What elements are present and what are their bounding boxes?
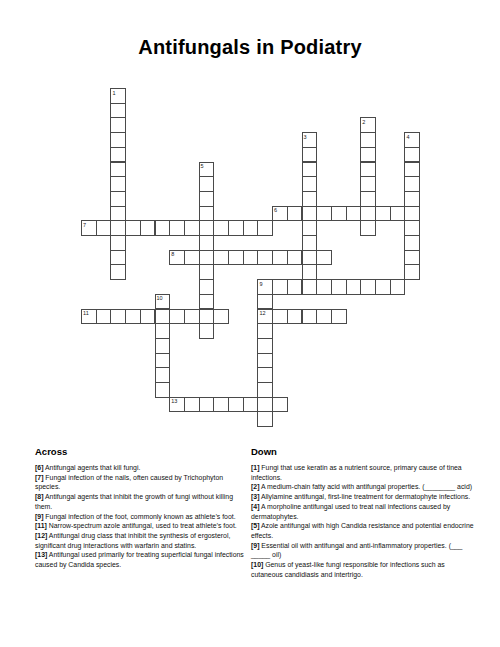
grid-cell[interactable] bbox=[257, 294, 273, 310]
grid-cell[interactable] bbox=[110, 117, 126, 133]
grid-cell[interactable] bbox=[199, 323, 215, 339]
cell-number: 2 bbox=[362, 119, 365, 125]
grid-cell[interactable] bbox=[110, 162, 126, 178]
puzzle-title: Antifungals in Podiatry bbox=[0, 36, 500, 59]
grid-cell[interactable] bbox=[184, 250, 200, 266]
grid-cell[interactable]: 12 bbox=[257, 309, 273, 325]
grid-cell[interactable] bbox=[199, 220, 215, 236]
grid-cell[interactable] bbox=[302, 235, 318, 251]
grid-cell[interactable] bbox=[257, 250, 273, 266]
grid-cell[interactable] bbox=[404, 147, 420, 163]
grid-cell[interactable] bbox=[110, 176, 126, 192]
grid-cell[interactable]: 5 bbox=[199, 162, 215, 178]
grid-cell[interactable] bbox=[199, 206, 215, 222]
grid-cell[interactable] bbox=[199, 294, 215, 310]
cell-number: 6 bbox=[274, 207, 277, 213]
grid-cell[interactable] bbox=[390, 279, 406, 295]
grid-cell[interactable] bbox=[404, 206, 420, 222]
grid-cell[interactable] bbox=[316, 309, 332, 325]
grid-cell[interactable] bbox=[140, 220, 156, 236]
grid-cell[interactable] bbox=[346, 206, 362, 222]
grid-cell[interactable] bbox=[155, 338, 171, 354]
cell-number: 13 bbox=[171, 398, 177, 404]
grid-cell[interactable] bbox=[272, 250, 288, 266]
grid-cell[interactable] bbox=[199, 309, 215, 325]
clue-across-8: [8] Antifungal agents that inhibit the g… bbox=[35, 492, 248, 511]
clue-number: [4] bbox=[251, 503, 259, 510]
crossword-grid: 67891112131234510 bbox=[81, 88, 421, 428]
clue-down-10: [10] Genus of yeast-like fungi responsib… bbox=[251, 560, 477, 579]
grid-cell[interactable] bbox=[287, 206, 303, 222]
grid-cell[interactable] bbox=[140, 309, 156, 325]
grid-cell[interactable] bbox=[155, 220, 171, 236]
grid-cell[interactable] bbox=[257, 367, 273, 383]
grid-cell[interactable] bbox=[257, 397, 273, 413]
grid-cell[interactable] bbox=[360, 206, 376, 222]
grid-cell[interactable] bbox=[155, 309, 171, 325]
grid-cell[interactable] bbox=[184, 220, 200, 236]
grid-cell[interactable] bbox=[110, 250, 126, 266]
grid-cell[interactable] bbox=[302, 176, 318, 192]
grid-cell[interactable] bbox=[404, 235, 420, 251]
grid-cell[interactable] bbox=[390, 206, 406, 222]
grid-cell[interactable] bbox=[155, 367, 171, 383]
grid-cell[interactable] bbox=[110, 132, 126, 148]
grid-cell[interactable] bbox=[213, 250, 229, 266]
grid-cell[interactable] bbox=[155, 382, 171, 398]
grid-cell[interactable] bbox=[302, 264, 318, 280]
grid-cell[interactable] bbox=[96, 220, 112, 236]
clue-number: [9] bbox=[35, 513, 43, 520]
grid-cell[interactable] bbox=[199, 250, 215, 266]
grid-cell[interactable] bbox=[257, 338, 273, 354]
grid-cell[interactable] bbox=[155, 323, 171, 339]
grid-cell[interactable] bbox=[257, 382, 273, 398]
down-heading: Down bbox=[251, 446, 477, 457]
grid-cell[interactable]: 1 bbox=[110, 88, 126, 104]
grid-cell[interactable] bbox=[199, 264, 215, 280]
grid-cell[interactable] bbox=[404, 250, 420, 266]
grid-cell[interactable] bbox=[272, 309, 288, 325]
grid-cell[interactable] bbox=[243, 250, 259, 266]
grid-cell[interactable] bbox=[213, 397, 229, 413]
grid-cell[interactable] bbox=[110, 191, 126, 207]
grid-cell[interactable] bbox=[199, 235, 215, 251]
grid-cell[interactable] bbox=[302, 147, 318, 163]
grid-cell[interactable] bbox=[184, 309, 200, 325]
grid-cell[interactable] bbox=[257, 323, 273, 339]
grid-cell[interactable] bbox=[287, 309, 303, 325]
grid-cell[interactable] bbox=[360, 147, 376, 163]
cell-number: 7 bbox=[83, 222, 86, 228]
down-clue-list: [1] Fungi that use keratin as a nutrient… bbox=[251, 463, 477, 579]
clue-number: [3] bbox=[251, 493, 259, 500]
grid-cell[interactable] bbox=[272, 279, 288, 295]
across-heading: Across bbox=[35, 446, 248, 457]
grid-cell[interactable] bbox=[125, 309, 141, 325]
grid-cell[interactable] bbox=[228, 250, 244, 266]
cell-number: 8 bbox=[171, 251, 174, 257]
clue-across-13: [13] Antifungal used primarily for treat… bbox=[35, 550, 248, 569]
grid-cell[interactable] bbox=[375, 279, 391, 295]
grid-cell[interactable] bbox=[110, 220, 126, 236]
grid-cell[interactable] bbox=[169, 309, 185, 325]
grid-cell[interactable] bbox=[360, 132, 376, 148]
clue-number: [7] bbox=[35, 474, 43, 481]
grid-cell[interactable] bbox=[199, 191, 215, 207]
grid-cell[interactable] bbox=[302, 279, 318, 295]
grid-cell[interactable] bbox=[287, 250, 303, 266]
grid-cell[interactable] bbox=[302, 162, 318, 178]
cell-number: 12 bbox=[259, 310, 265, 316]
clue-number: [11] bbox=[35, 522, 47, 529]
grid-cell[interactable] bbox=[110, 103, 126, 119]
grid-cell[interactable] bbox=[375, 206, 391, 222]
cell-number: 5 bbox=[201, 163, 204, 169]
clue-across-11: [11] Narrow-spectrum azole antifungal, u… bbox=[35, 521, 248, 531]
clue-number: [12] bbox=[35, 532, 47, 539]
grid-cell[interactable] bbox=[404, 176, 420, 192]
clue-down-4: [4] A morpholine antifungal used to trea… bbox=[251, 502, 477, 521]
clue-number: [1] bbox=[251, 464, 259, 471]
clue-number: [6] bbox=[35, 464, 43, 471]
grid-cell[interactable] bbox=[360, 176, 376, 192]
grid-cell[interactable] bbox=[331, 206, 347, 222]
grid-cell[interactable] bbox=[110, 147, 126, 163]
grid-cell[interactable]: 9 bbox=[257, 279, 273, 295]
clue-number: [9] bbox=[251, 542, 259, 549]
clue-down-5: [5] Azole antifungal with high Candida r… bbox=[251, 521, 477, 540]
cell-number: 9 bbox=[259, 281, 262, 287]
cell-number: 4 bbox=[406, 134, 409, 140]
grid-cell[interactable] bbox=[243, 220, 259, 236]
grid-cell[interactable]: 10 bbox=[155, 294, 171, 310]
grid-cell[interactable] bbox=[110, 309, 126, 325]
grid-cell[interactable] bbox=[346, 279, 362, 295]
grid-cell[interactable]: 11 bbox=[81, 309, 97, 325]
grid-cell[interactable] bbox=[213, 220, 229, 236]
grid-cell[interactable] bbox=[302, 191, 318, 207]
clue-down-2: [2] A medium-chain fatty acid with antif… bbox=[251, 482, 477, 492]
clue-down-3: [3] Allylamine antifungal, first-line tr… bbox=[251, 492, 477, 502]
grid-cell[interactable]: 7 bbox=[81, 220, 97, 236]
grid-cell[interactable] bbox=[360, 191, 376, 207]
grid-cell[interactable]: 4 bbox=[404, 132, 420, 148]
grid-cell[interactable] bbox=[110, 235, 126, 251]
clue-down-9: [9] Essential oil with antifungal and an… bbox=[251, 541, 477, 560]
grid-cell[interactable] bbox=[331, 279, 347, 295]
grid-cell[interactable] bbox=[169, 220, 185, 236]
clue-number: [2] bbox=[251, 483, 259, 490]
clue-across-9: [9] Fungal infection of the foot, common… bbox=[35, 512, 248, 522]
clue-across-12: [12] Antifungal drug class that inhibit … bbox=[35, 531, 248, 550]
clue-number: [10] bbox=[251, 561, 263, 568]
grid-cell[interactable] bbox=[155, 353, 171, 369]
crossword-page: Antifungals in Podiatry 6789111213123451… bbox=[0, 0, 500, 647]
across-clue-list: [6] Antifungal agents that kill fungi.[7… bbox=[35, 463, 248, 570]
grid-cell[interactable]: 6 bbox=[272, 206, 288, 222]
grid-cell[interactable] bbox=[404, 191, 420, 207]
grid-cell[interactable] bbox=[257, 353, 273, 369]
grid-cell[interactable] bbox=[257, 220, 273, 236]
grid-cell[interactable] bbox=[302, 206, 318, 222]
grid-cell[interactable] bbox=[125, 220, 141, 236]
grid-cell[interactable] bbox=[287, 279, 303, 295]
grid-cell[interactable]: 2 bbox=[360, 117, 376, 133]
across-clues-section: Across [6] Antifungal agents that kill f… bbox=[35, 446, 248, 570]
grid-cell[interactable] bbox=[110, 206, 126, 222]
down-clues-section: Down [1] Fungi that use keratin as a nut… bbox=[251, 446, 477, 579]
grid-cell[interactable] bbox=[404, 162, 420, 178]
grid-cell[interactable] bbox=[199, 176, 215, 192]
clue-number: [5] bbox=[251, 522, 259, 529]
grid-cell[interactable] bbox=[213, 309, 229, 325]
grid-cell[interactable] bbox=[228, 397, 244, 413]
grid-cell[interactable] bbox=[316, 250, 332, 266]
grid-cell[interactable] bbox=[331, 309, 347, 325]
grid-cell[interactable] bbox=[360, 220, 376, 236]
grid-cell[interactable] bbox=[360, 279, 376, 295]
grid-cell[interactable] bbox=[360, 162, 376, 178]
cell-number: 10 bbox=[157, 295, 163, 301]
clue-number: [13] bbox=[35, 551, 47, 558]
grid-cell[interactable] bbox=[199, 279, 215, 295]
cell-number: 3 bbox=[304, 134, 307, 140]
grid-cell[interactable] bbox=[302, 220, 318, 236]
grid-cell[interactable]: 8 bbox=[169, 250, 185, 266]
grid-cell[interactable] bbox=[302, 309, 318, 325]
grid-cell[interactable] bbox=[110, 264, 126, 280]
grid-cell[interactable] bbox=[257, 411, 273, 427]
clue-number: [8] bbox=[35, 493, 43, 500]
grid-cell[interactable] bbox=[228, 220, 244, 236]
grid-cell[interactable] bbox=[96, 309, 112, 325]
grid-cell[interactable] bbox=[272, 397, 288, 413]
clue-down-1: [1] Fungi that use keratin as a nutrient… bbox=[251, 463, 477, 482]
grid-cell[interactable] bbox=[404, 220, 420, 236]
grid-cell[interactable] bbox=[404, 264, 420, 280]
grid-cell[interactable]: 13 bbox=[169, 397, 185, 413]
grid-cell[interactable] bbox=[199, 397, 215, 413]
grid-cell[interactable] bbox=[302, 250, 318, 266]
grid-cell[interactable]: 3 bbox=[302, 132, 318, 148]
grid-cell[interactable] bbox=[184, 397, 200, 413]
grid-cell[interactable] bbox=[243, 397, 259, 413]
clue-across-7: [7] Fungal infection of the nails, often… bbox=[35, 473, 248, 492]
clue-across-6: [6] Antifungal agents that kill fungi. bbox=[35, 463, 248, 473]
grid-cell[interactable] bbox=[316, 206, 332, 222]
grid-cell[interactable] bbox=[316, 279, 332, 295]
cell-number: 11 bbox=[83, 310, 89, 316]
cell-number: 1 bbox=[112, 90, 115, 96]
